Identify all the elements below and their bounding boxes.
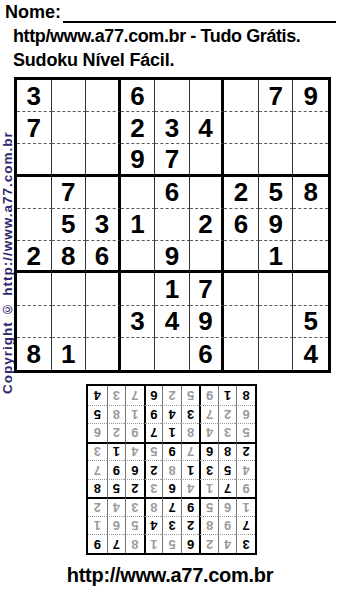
cell-r3c7[interactable]: [224, 144, 259, 176]
solution-cell-r7c3: 4: [199, 423, 218, 442]
cell-r1c1[interactable]: 3: [17, 80, 52, 112]
cell-r7c8[interactable]: [259, 273, 294, 305]
solution-grid-rotated: 3426518797982345611659783429714632584531…: [86, 384, 257, 555]
solution-cell-r8c2: 2: [218, 405, 237, 424]
cell-r9c3[interactable]: [86, 338, 121, 370]
solution-cell-r9c2: 1: [218, 386, 237, 405]
cell-r9c1[interactable]: 8: [17, 338, 52, 370]
cell-r7c9[interactable]: [293, 273, 328, 305]
solution-cell-r7c5: 1: [162, 423, 181, 442]
solution-cell-r2c5: 3: [162, 516, 181, 535]
cell-r1c8[interactable]: 7: [259, 80, 294, 112]
solution-cell-r8c8: 8: [107, 405, 126, 424]
solution-cell-r7c6: 7: [144, 423, 163, 442]
solution-cell-r6c4: 7: [181, 442, 200, 461]
solution-cell-r4c3: 1: [199, 479, 218, 498]
cell-r9c8[interactable]: [259, 338, 294, 370]
solution-cell-r3c9: 2: [88, 497, 107, 516]
cell-r4c6[interactable]: [190, 177, 225, 209]
solution-cell-r5c3: 3: [199, 460, 218, 479]
solution-cell-r1c3: 2: [199, 534, 218, 553]
solution-cell-r9c5: 2: [162, 386, 181, 405]
solution-cell-r6c5: 9: [162, 442, 181, 461]
name-row: Nome:: [5, 1, 336, 23]
solution-cell-r5c7: 6: [125, 460, 144, 479]
cell-r8c3[interactable]: [86, 306, 121, 338]
solution-cell-r1c6: 1: [144, 534, 163, 553]
solution-cell-r8c6: 9: [144, 405, 163, 424]
cell-r1c2[interactable]: [52, 80, 87, 112]
cell-r5c5[interactable]: [155, 209, 190, 241]
cell-r3c6[interactable]: [190, 144, 225, 176]
cell-r9c6[interactable]: 6: [190, 338, 225, 370]
solution-cell-r8c4: 3: [181, 405, 200, 424]
cell-r1c7[interactable]: [224, 80, 259, 112]
solution-cell-r3c8: 4: [107, 497, 126, 516]
solution-cell-r4c1: 9: [236, 479, 255, 498]
cell-r3c4[interactable]: 9: [121, 144, 156, 176]
solution-cell-r4c5: 6: [162, 479, 181, 498]
solution-cell-r9c6: 6: [144, 386, 163, 405]
cell-r1c4[interactable]: 6: [121, 80, 156, 112]
solution-cell-r1c1: 3: [236, 534, 255, 553]
solution-cell-r9c1: 8: [236, 386, 255, 405]
solution-cell-r8c5: 4: [162, 405, 181, 424]
solution-cell-r4c6: 3: [144, 479, 163, 498]
cell-r4c7[interactable]: 2: [224, 177, 259, 209]
cell-r4c8[interactable]: 5: [259, 177, 294, 209]
cell-r8c6[interactable]: 9: [190, 306, 225, 338]
cell-r9c2[interactable]: 1: [52, 338, 87, 370]
solution-cell-r8c7: 1: [125, 405, 144, 424]
cell-r5c9[interactable]: [293, 209, 328, 241]
cell-r7c6[interactable]: 7: [190, 273, 225, 305]
solution-cell-r8c9: 5: [88, 405, 107, 424]
cell-r3c8[interactable]: [259, 144, 294, 176]
cell-r1c6[interactable]: [190, 80, 225, 112]
main-sudoku-grid: 367972349776258531269286911734958164: [14, 77, 331, 373]
cell-r3c1[interactable]: [17, 144, 52, 176]
solution-cell-r7c4: 8: [181, 423, 200, 442]
solution-cell-r4c2: 7: [218, 479, 237, 498]
cell-r4c5[interactable]: 6: [155, 177, 190, 209]
cell-r2c5[interactable]: 3: [155, 112, 190, 144]
cell-r6c9[interactable]: [293, 241, 328, 273]
solution-cell-r3c4: 9: [181, 497, 200, 516]
cell-r6c1[interactable]: 2: [17, 241, 52, 273]
cell-r5c7[interactable]: 6: [224, 209, 259, 241]
cell-r8c9[interactable]: 5: [293, 306, 328, 338]
cell-r6c5[interactable]: 9: [155, 241, 190, 273]
cell-r5c3[interactable]: 3: [86, 209, 121, 241]
solution-cell-r3c7: 3: [125, 497, 144, 516]
cell-r2c2[interactable]: [52, 112, 87, 144]
cell-r5c6[interactable]: 2: [190, 209, 225, 241]
solution-cell-r2c2: 9: [218, 516, 237, 535]
solution-cell-r5c6: 2: [144, 460, 163, 479]
cell-r4c1[interactable]: [17, 177, 52, 209]
cell-r8c1[interactable]: [17, 306, 52, 338]
solution-cell-r1c9: 9: [88, 534, 107, 553]
solution-cell-r5c1: 4: [236, 460, 255, 479]
puzzle-level-title: Sudoku Nível Fácil.: [13, 50, 174, 71]
cell-r9c9[interactable]: 4: [293, 338, 328, 370]
cell-r1c5[interactable]: [155, 80, 190, 112]
solution-cell-r2c3: 8: [199, 516, 218, 535]
solution-cell-r3c3: 5: [199, 497, 218, 516]
cell-r2c6[interactable]: 4: [190, 112, 225, 144]
solution-cell-r1c5: 5: [162, 534, 181, 553]
cell-r7c4[interactable]: [121, 273, 156, 305]
name-input-line[interactable]: [63, 1, 336, 23]
cell-r4c3[interactable]: [86, 177, 121, 209]
cell-r2c4[interactable]: 2: [121, 112, 156, 144]
solution-cell-r7c7: 9: [125, 423, 144, 442]
solution-cell-r7c1: 5: [236, 423, 255, 442]
cell-r9c5[interactable]: [155, 338, 190, 370]
cell-r2c3[interactable]: [86, 112, 121, 144]
solution-cell-r9c3: 9: [199, 386, 218, 405]
solution-cell-r9c7: 7: [125, 386, 144, 405]
solution-cell-r5c4: 1: [181, 460, 200, 479]
solution-cell-r9c8: 3: [107, 386, 126, 405]
solution-cell-r4c4: 4: [181, 479, 200, 498]
solution-cell-r7c8: 2: [107, 423, 126, 442]
cell-r3c2[interactable]: [52, 144, 87, 176]
solution-cell-r6c6: 5: [144, 442, 163, 461]
cell-r3c3[interactable]: [86, 144, 121, 176]
solution-cell-r4c9: 8: [88, 479, 107, 498]
cell-r6c8[interactable]: 1: [259, 241, 294, 273]
cell-r7c2[interactable]: [52, 273, 87, 305]
solution-cell-r5c8: 9: [107, 460, 126, 479]
copyright-text: Copyright © http://www.a77.com.br: [0, 95, 15, 431]
cell-r1c3[interactable]: [86, 80, 121, 112]
cell-r2c7[interactable]: [224, 112, 259, 144]
cell-r8c7[interactable]: [224, 306, 259, 338]
footer-url: http://www.a77.com.br: [0, 564, 340, 587]
solution-cell-r8c3: 7: [199, 405, 218, 424]
cell-r7c1[interactable]: [17, 273, 52, 305]
solution-cell-r7c9: 6: [88, 423, 107, 442]
solution-cell-r1c2: 4: [218, 534, 237, 553]
cell-r5c8[interactable]: 9: [259, 209, 294, 241]
cell-r7c3[interactable]: [86, 273, 121, 305]
solution-cell-r1c8: 7: [107, 534, 126, 553]
solution-cell-r9c4: 5: [181, 386, 200, 405]
name-label: Nome:: [5, 1, 61, 23]
cell-r3c5[interactable]: 7: [155, 144, 190, 176]
cell-r6c7[interactable]: [224, 241, 259, 273]
solution-cell-r6c2: 8: [218, 442, 237, 461]
cell-r2c9[interactable]: [293, 112, 328, 144]
cell-r7c7[interactable]: [224, 273, 259, 305]
cell-r1c9[interactable]: 9: [293, 80, 328, 112]
solution-cell-r3c2: 6: [218, 497, 237, 516]
solution-cell-r6c8: 1: [107, 442, 126, 461]
cell-r6c6[interactable]: [190, 241, 225, 273]
solution-cell-r6c3: 6: [199, 442, 218, 461]
solution-cell-r5c5: 8: [162, 460, 181, 479]
solution-cell-r6c9: 3: [88, 442, 107, 461]
solution-cell-r7c2: 3: [218, 423, 237, 442]
solution-cell-r3c5: 7: [162, 497, 181, 516]
cell-r8c5[interactable]: 4: [155, 306, 190, 338]
cell-r6c4[interactable]: [121, 241, 156, 273]
cell-r2c8[interactable]: [259, 112, 294, 144]
solution-cell-r5c9: 7: [88, 460, 107, 479]
solution-cell-r4c7: 2: [125, 479, 144, 498]
solution-cell-r2c9: 1: [88, 516, 107, 535]
solution-cell-r4c8: 5: [107, 479, 126, 498]
solution-cell-r1c4: 6: [181, 534, 200, 553]
solution-cell-r8c1: 6: [236, 405, 255, 424]
solution-cell-r9c9: 4: [88, 386, 107, 405]
cell-r5c1[interactable]: [17, 209, 52, 241]
cell-r6c2[interactable]: 8: [52, 241, 87, 273]
cell-r9c4[interactable]: [121, 338, 156, 370]
solution-cell-r3c1: 1: [236, 497, 255, 516]
cell-r4c9[interactable]: 8: [293, 177, 328, 209]
solution-cell-r6c1: 2: [236, 442, 255, 461]
site-header: http/www.a77.com.br - Tudo Grátis.: [13, 26, 300, 47]
solution-cell-r5c2: 5: [218, 460, 237, 479]
cell-r9c7[interactable]: [224, 338, 259, 370]
solution-cell-r6c7: 4: [125, 442, 144, 461]
solution-cell-r2c6: 4: [144, 516, 163, 535]
cell-r2c1[interactable]: 7: [17, 112, 52, 144]
cell-r4c2[interactable]: 7: [52, 177, 87, 209]
cell-r6c3[interactable]: 6: [86, 241, 121, 273]
cell-r8c8[interactable]: [259, 306, 294, 338]
cell-r8c2[interactable]: [52, 306, 87, 338]
cell-r7c5[interactable]: 1: [155, 273, 190, 305]
solution-cell-r2c8: 6: [107, 516, 126, 535]
cell-r5c2[interactable]: 5: [52, 209, 87, 241]
solution-cell-r3c6: 8: [144, 497, 163, 516]
cell-r8c4[interactable]: 3: [121, 306, 156, 338]
solution-cell-r2c4: 2: [181, 516, 200, 535]
solution-cell-r1c7: 8: [125, 534, 144, 553]
solution-cell-r2c7: 5: [125, 516, 144, 535]
solution-cell-r2c1: 7: [236, 516, 255, 535]
cell-r3c9[interactable]: [293, 144, 328, 176]
page: Nome: http/www.a77.com.br - Tudo Grátis.…: [0, 0, 340, 596]
cell-r4c4[interactable]: [121, 177, 156, 209]
cell-r5c4[interactable]: 1: [121, 209, 156, 241]
